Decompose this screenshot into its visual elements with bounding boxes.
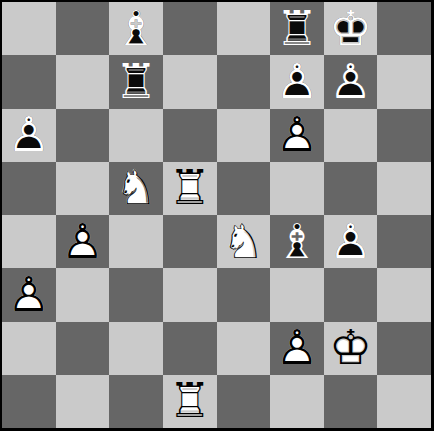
square-a2[interactable] xyxy=(2,322,56,375)
black-bishop-c8[interactable]: ♝♗ xyxy=(109,2,163,55)
square-c7[interactable]: ♜♖ xyxy=(109,55,163,108)
white-rook-d1[interactable]: ♜♖ xyxy=(163,375,217,428)
chessboard: ♝♗♜♖♚♔♜♖♟♙♟♙♟♙♟♙♞♘♜♖♟♙♞♘♝♗♟♙♟♙♟♙♚♔♜♖ xyxy=(2,2,431,428)
pawn-outline-glyph: ♙ xyxy=(2,268,56,321)
square-f6[interactable]: ♟♙ xyxy=(270,109,324,162)
square-e8[interactable] xyxy=(217,2,271,55)
black-king-g8[interactable]: ♚♔ xyxy=(324,2,378,55)
square-g7[interactable]: ♟♙ xyxy=(324,55,378,108)
king-outline-glyph: ♔ xyxy=(324,322,378,375)
square-e4[interactable]: ♞♘ xyxy=(217,215,271,268)
square-g4[interactable]: ♟♙ xyxy=(324,215,378,268)
black-pawn-g7[interactable]: ♟♙ xyxy=(324,55,378,108)
square-a7[interactable] xyxy=(2,55,56,108)
white-knight-c5[interactable]: ♞♘ xyxy=(109,162,163,215)
square-e5[interactable] xyxy=(217,162,271,215)
square-f8[interactable]: ♜♖ xyxy=(270,2,324,55)
square-f4[interactable]: ♝♗ xyxy=(270,215,324,268)
square-g6[interactable] xyxy=(324,109,378,162)
square-g3[interactable] xyxy=(324,268,378,321)
square-g1[interactable] xyxy=(324,375,378,428)
square-a3[interactable]: ♟♙ xyxy=(2,268,56,321)
square-a1[interactable] xyxy=(2,375,56,428)
square-f3[interactable] xyxy=(270,268,324,321)
square-d3[interactable] xyxy=(163,268,217,321)
white-rook-d5[interactable]: ♜♖ xyxy=(163,162,217,215)
square-a8[interactable] xyxy=(2,2,56,55)
square-d8[interactable] xyxy=(163,2,217,55)
square-b2[interactable] xyxy=(56,322,110,375)
square-h3[interactable] xyxy=(377,268,431,321)
square-e7[interactable] xyxy=(217,55,271,108)
rook-outline-glyph: ♖ xyxy=(163,162,217,215)
black-pawn-f7[interactable]: ♟♙ xyxy=(270,55,324,108)
square-c4[interactable] xyxy=(109,215,163,268)
square-f1[interactable] xyxy=(270,375,324,428)
white-knight-e4[interactable]: ♞♘ xyxy=(217,215,271,268)
pawn-outline-glyph: ♙ xyxy=(324,55,378,108)
square-d4[interactable] xyxy=(163,215,217,268)
square-g5[interactable] xyxy=(324,162,378,215)
rook-outline-glyph: ♖ xyxy=(109,55,163,108)
square-d5[interactable]: ♜♖ xyxy=(163,162,217,215)
pawn-outline-glyph: ♙ xyxy=(56,215,110,268)
square-h2[interactable] xyxy=(377,322,431,375)
rook-outline-glyph: ♖ xyxy=(270,2,324,55)
square-f2[interactable]: ♟♙ xyxy=(270,322,324,375)
square-a5[interactable] xyxy=(2,162,56,215)
bishop-outline-glyph: ♗ xyxy=(270,215,324,268)
square-a6[interactable]: ♟♙ xyxy=(2,109,56,162)
square-h8[interactable] xyxy=(377,2,431,55)
square-b3[interactable] xyxy=(56,268,110,321)
square-b8[interactable] xyxy=(56,2,110,55)
square-h5[interactable] xyxy=(377,162,431,215)
square-c2[interactable] xyxy=(109,322,163,375)
square-h7[interactable] xyxy=(377,55,431,108)
square-c8[interactable]: ♝♗ xyxy=(109,2,163,55)
white-pawn-b4[interactable]: ♟♙ xyxy=(56,215,110,268)
square-f5[interactable] xyxy=(270,162,324,215)
square-e2[interactable] xyxy=(217,322,271,375)
chess-diagram: ♝♗♜♖♚♔♜♖♟♙♟♙♟♙♟♙♞♘♜♖♟♙♞♘♝♗♟♙♟♙♟♙♚♔♜♖ xyxy=(0,0,434,431)
bishop-outline-glyph: ♗ xyxy=(109,2,163,55)
square-b5[interactable] xyxy=(56,162,110,215)
square-b7[interactable] xyxy=(56,55,110,108)
square-c6[interactable] xyxy=(109,109,163,162)
square-c1[interactable] xyxy=(109,375,163,428)
square-h1[interactable] xyxy=(377,375,431,428)
square-g8[interactable]: ♚♔ xyxy=(324,2,378,55)
square-c5[interactable]: ♞♘ xyxy=(109,162,163,215)
pawn-outline-glyph: ♙ xyxy=(2,109,56,162)
pawn-outline-glyph: ♙ xyxy=(324,215,378,268)
black-pawn-a6[interactable]: ♟♙ xyxy=(2,109,56,162)
black-rook-c7[interactable]: ♜♖ xyxy=(109,55,163,108)
square-d2[interactable] xyxy=(163,322,217,375)
square-c3[interactable] xyxy=(109,268,163,321)
pawn-outline-glyph: ♙ xyxy=(270,322,324,375)
white-pawn-a3[interactable]: ♟♙ xyxy=(2,268,56,321)
white-pawn-f2[interactable]: ♟♙ xyxy=(270,322,324,375)
square-h4[interactable] xyxy=(377,215,431,268)
square-e6[interactable] xyxy=(217,109,271,162)
king-outline-glyph: ♔ xyxy=(324,2,378,55)
square-d1[interactable]: ♜♖ xyxy=(163,375,217,428)
white-pawn-f6[interactable]: ♟♙ xyxy=(270,109,324,162)
square-e3[interactable] xyxy=(217,268,271,321)
black-bishop-f4[interactable]: ♝♗ xyxy=(270,215,324,268)
square-e1[interactable] xyxy=(217,375,271,428)
square-b6[interactable] xyxy=(56,109,110,162)
square-f7[interactable]: ♟♙ xyxy=(270,55,324,108)
black-pawn-g4[interactable]: ♟♙ xyxy=(324,215,378,268)
square-d6[interactable] xyxy=(163,109,217,162)
white-king-g2[interactable]: ♚♔ xyxy=(324,322,378,375)
square-g2[interactable]: ♚♔ xyxy=(324,322,378,375)
pawn-outline-glyph: ♙ xyxy=(270,109,324,162)
square-b4[interactable]: ♟♙ xyxy=(56,215,110,268)
square-b1[interactable] xyxy=(56,375,110,428)
rook-outline-glyph: ♖ xyxy=(163,375,217,428)
square-a4[interactable] xyxy=(2,215,56,268)
square-h6[interactable] xyxy=(377,109,431,162)
knight-outline-glyph: ♘ xyxy=(217,215,271,268)
pawn-outline-glyph: ♙ xyxy=(270,55,324,108)
knight-outline-glyph: ♘ xyxy=(109,162,163,215)
black-rook-f8[interactable]: ♜♖ xyxy=(270,2,324,55)
square-d7[interactable] xyxy=(163,55,217,108)
